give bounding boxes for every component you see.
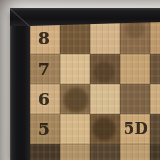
rank-label-6: 6 (30, 84, 59, 114)
square-e4[interactable] (150, 144, 160, 160)
square-c8[interactable] (90, 22, 120, 54)
square-b4[interactable] (60, 144, 90, 160)
square-d6[interactable] (120, 84, 150, 114)
piece-ring-stain (92, 117, 116, 141)
square-b7[interactable] (60, 54, 90, 84)
board: 87655D (30, 22, 160, 160)
square-b6[interactable] (60, 84, 90, 114)
square-e6[interactable] (150, 84, 160, 114)
piece-ring-stain (93, 61, 115, 83)
square-e8[interactable] (150, 22, 160, 54)
rank-label-5: 5 (30, 114, 59, 144)
square-e7[interactable] (150, 54, 160, 84)
square-a8[interactable]: 8 (30, 22, 60, 54)
square-b5[interactable] (60, 114, 90, 144)
rank-label-7: 7 (30, 54, 59, 84)
square-a5[interactable]: 5 (30, 114, 60, 144)
square-d7[interactable] (120, 54, 150, 84)
square-d8[interactable] (120, 22, 150, 54)
square-a7[interactable]: 7 (30, 54, 60, 84)
square-c5[interactable] (90, 114, 120, 144)
square-c4[interactable] (90, 144, 120, 160)
square-c6[interactable] (90, 84, 120, 114)
photo-antique-gameboard-corner: 87655D (0, 0, 160, 160)
stencil-mark-5d: 5D (121, 113, 151, 145)
square-e5[interactable] (150, 114, 160, 144)
square-a4[interactable] (30, 144, 60, 160)
square-d4[interactable] (120, 144, 150, 160)
square-a6[interactable]: 6 (30, 84, 60, 114)
square-c7[interactable] (90, 54, 120, 84)
piece-ring-stain (63, 87, 89, 113)
piece-ring-stain (125, 22, 145, 39)
square-d5[interactable]: 5D (120, 114, 150, 144)
rank-label-8: 8 (30, 22, 59, 54)
square-b8[interactable] (60, 22, 90, 54)
board-frame-left (10, 8, 30, 160)
